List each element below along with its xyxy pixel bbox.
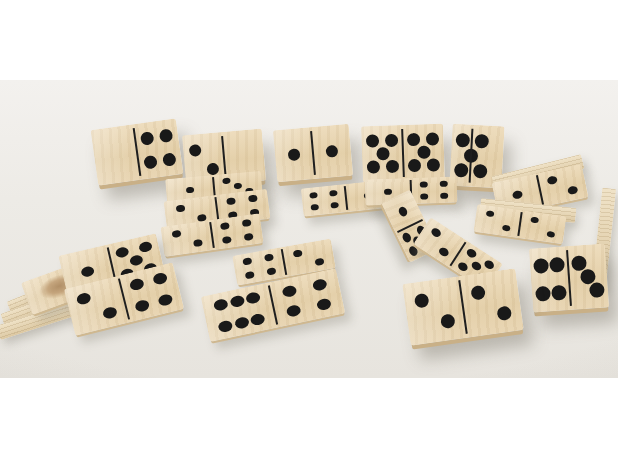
pip: [234, 316, 250, 330]
pip: [427, 159, 440, 172]
pip: [222, 235, 232, 243]
pip: [293, 249, 303, 257]
domino-half-5: [402, 124, 445, 181]
pip: [220, 222, 230, 230]
pip: [76, 292, 92, 306]
pip: [248, 195, 258, 203]
pip: [329, 190, 338, 197]
pip: [366, 161, 379, 174]
pip: [245, 271, 255, 279]
pip: [282, 284, 298, 298]
domino-half-3: [567, 243, 609, 309]
pip: [217, 320, 233, 334]
pip: [420, 193, 428, 199]
pip: [470, 260, 483, 272]
pip: [330, 202, 339, 209]
pip: [250, 313, 266, 327]
pip: [213, 298, 229, 312]
pip: [470, 284, 486, 300]
pip: [420, 182, 428, 188]
pip: [549, 257, 565, 273]
pip: [314, 258, 324, 266]
pip: [226, 198, 236, 206]
pip: [589, 282, 605, 298]
pip: [244, 232, 254, 240]
giant-wooden-dominoes-photo: [0, 0, 618, 458]
domino-half-1: [273, 127, 315, 182]
pip: [440, 314, 456, 330]
pip: [407, 159, 420, 172]
pip: [311, 278, 327, 292]
pip: [138, 241, 153, 254]
pip: [264, 254, 274, 262]
pip: [159, 128, 174, 143]
pip: [129, 278, 145, 292]
pip: [152, 272, 168, 286]
domino-half-5: [361, 125, 404, 182]
domino-half-2: [473, 204, 521, 238]
pip: [102, 305, 118, 319]
pip: [234, 183, 242, 190]
domino-half-4: [529, 246, 571, 312]
domino-half-2: [518, 210, 566, 244]
pip: [365, 134, 378, 147]
pip: [430, 226, 443, 238]
domino-4-3: [529, 243, 609, 312]
pip: [162, 153, 177, 168]
pip: [316, 298, 332, 312]
pip: [186, 187, 194, 194]
pip: [546, 176, 557, 186]
pip: [288, 148, 301, 161]
pip: [455, 133, 470, 148]
domino-5-5: [361, 124, 445, 183]
pip: [229, 295, 245, 309]
pip: [134, 298, 150, 312]
pip: [567, 185, 578, 195]
pip: [384, 189, 392, 195]
pip: [457, 260, 470, 272]
pip: [474, 134, 489, 149]
domino-half-4: [301, 184, 348, 216]
pip: [546, 230, 555, 237]
pip: [376, 147, 389, 160]
pip: [310, 192, 319, 199]
pip: [129, 254, 144, 267]
pip: [530, 217, 539, 224]
pip: [533, 258, 549, 274]
pip: [473, 164, 488, 179]
pip: [286, 304, 302, 318]
domino-half-2: [402, 276, 467, 345]
pip: [266, 267, 276, 275]
pip: [140, 131, 155, 146]
pip: [325, 145, 338, 158]
pip: [453, 163, 468, 178]
pip: [397, 205, 409, 217]
pip: [440, 181, 448, 187]
pip: [535, 286, 551, 302]
pip: [437, 246, 450, 258]
pip: [417, 146, 430, 159]
pip: [242, 219, 252, 227]
pip: [242, 258, 252, 266]
pip: [311, 204, 320, 211]
pip: [385, 133, 398, 146]
pip: [482, 259, 495, 271]
pip: [245, 291, 261, 305]
domino-half-2: [459, 268, 524, 337]
pip: [223, 178, 231, 185]
pip: [496, 306, 512, 322]
domino-0-4: [91, 118, 184, 185]
domino-1-1: [273, 124, 353, 182]
pip: [143, 155, 158, 170]
pip: [189, 144, 202, 157]
pip: [406, 132, 419, 145]
pip: [426, 132, 439, 145]
pip: [401, 231, 413, 243]
pip: [465, 248, 478, 260]
pip: [414, 292, 430, 308]
pip: [115, 246, 130, 259]
pip: [386, 160, 399, 173]
pip: [485, 211, 494, 218]
pip: [440, 192, 448, 198]
pip: [80, 265, 95, 278]
pip: [172, 230, 182, 238]
domino-half-1: [311, 124, 353, 179]
pip: [501, 224, 510, 231]
pip: [175, 204, 185, 212]
domino-half-4: [411, 176, 458, 204]
pip: [158, 292, 174, 306]
pip: [512, 190, 523, 200]
pip: [193, 239, 203, 247]
pip: [551, 285, 567, 301]
